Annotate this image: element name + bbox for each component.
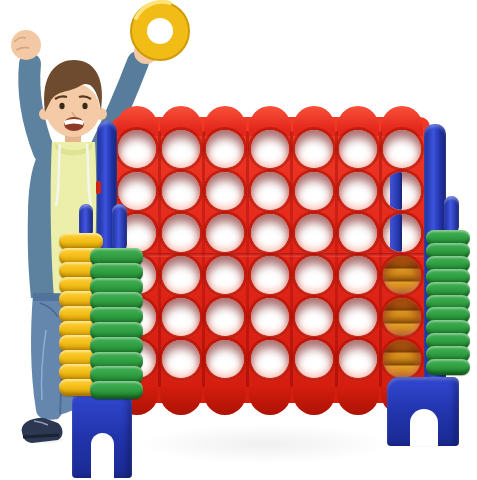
child-left-arm [29, 64, 44, 152]
empty-hole [295, 130, 333, 168]
empty-hole [206, 256, 244, 294]
empty-hole [162, 256, 200, 294]
board-cell-r4c5 [292, 254, 336, 296]
empty-hole [383, 130, 421, 168]
child-jacket-left [28, 140, 54, 298]
empty-hole [162, 298, 200, 336]
empty-hole [295, 214, 333, 252]
empty-hole [339, 298, 377, 336]
empty-hole [118, 130, 156, 168]
board-cell-r1c6 [336, 128, 380, 170]
scallop-bump [293, 387, 335, 415]
board-cell-r3c4 [248, 212, 292, 254]
empty-hole [339, 214, 377, 252]
empty-hole [383, 214, 421, 252]
board-cell-r4c7 [380, 254, 424, 296]
board-cell-r6c7 [380, 338, 424, 380]
empty-hole [251, 256, 289, 294]
product-photo-scene [0, 0, 477, 480]
rail-lock-slot [96, 181, 101, 194]
empty-hole [162, 340, 200, 378]
empty-hole [162, 172, 200, 210]
empty-hole [339, 130, 377, 168]
held-yellow-ring [131, 2, 189, 60]
empty-hole [206, 298, 244, 336]
right-leg [387, 377, 459, 446]
empty-hole [162, 214, 200, 252]
board-cell-r1c3 [203, 128, 247, 170]
child-shoe [22, 418, 63, 443]
empty-hole [251, 130, 289, 168]
board-cell-r4c2 [159, 254, 203, 296]
connect-four-board [111, 117, 430, 403]
board-cell-r3c7 [380, 212, 424, 254]
board-cell-r2c3 [203, 170, 247, 212]
child-smile [64, 117, 84, 131]
board-cell-r4c4 [248, 254, 292, 296]
board-cell-r6c6 [336, 338, 380, 380]
empty-hole [206, 340, 244, 378]
board-cell-r3c6 [336, 212, 380, 254]
empty-hole [118, 172, 156, 210]
board-cell-r5c7 [380, 296, 424, 338]
board-cell-r5c6 [336, 296, 380, 338]
board-cell-r2c2 [159, 170, 203, 212]
board-cell-r6c5 [292, 338, 336, 380]
board-cell-r4c6 [336, 254, 380, 296]
child-eye [82, 103, 87, 109]
board-cell-r6c3 [203, 338, 247, 380]
empty-hole [206, 130, 244, 168]
board-cell-r2c6 [336, 170, 380, 212]
empty-hole [162, 130, 200, 168]
board-cell-r6c4 [248, 338, 292, 380]
empty-hole [251, 340, 289, 378]
scallop-bump [204, 387, 246, 415]
board-cell-r5c3 [203, 296, 247, 338]
board-cell-r2c4 [248, 170, 292, 212]
board-cell-r1c2 [159, 128, 203, 170]
board-cell-r1c1 [115, 128, 159, 170]
board-cell-r3c5 [292, 212, 336, 254]
board-cell-r1c5 [292, 128, 336, 170]
empty-hole [251, 172, 289, 210]
empty-hole [339, 340, 377, 378]
storage-post-tip [444, 196, 459, 234]
green-ring [90, 381, 143, 399]
board-cell-r3c3 [203, 212, 247, 254]
board-cell-r5c5 [292, 296, 336, 338]
board-cell-r1c4 [248, 128, 292, 170]
empty-hole [251, 214, 289, 252]
board-grid [115, 128, 424, 380]
empty-hole [251, 298, 289, 336]
empty-hole [339, 256, 377, 294]
empty-hole [383, 256, 421, 294]
empty-hole [383, 298, 421, 336]
empty-hole [295, 172, 333, 210]
empty-hole [383, 172, 421, 210]
board-cell-r2c5 [292, 170, 336, 212]
empty-hole [295, 256, 333, 294]
board-cell-r3c2 [159, 212, 203, 254]
empty-hole [295, 340, 333, 378]
storage-post-tip [112, 204, 127, 252]
child-eye [59, 103, 64, 109]
board-cell-r4c3 [203, 254, 247, 296]
empty-hole [295, 298, 333, 336]
empty-hole [383, 340, 421, 378]
child-fist [11, 30, 41, 60]
empty-hole [206, 214, 244, 252]
board-cell-r6c2 [159, 338, 203, 380]
board-cell-r2c7 [380, 170, 424, 212]
board-cell-r5c2 [159, 296, 203, 338]
empty-hole [339, 172, 377, 210]
empty-hole [206, 172, 244, 210]
scallop-bump [337, 387, 379, 415]
board-cell-r1c7 [380, 128, 424, 170]
left-leg [72, 391, 132, 478]
scallop-bump [249, 387, 291, 415]
green-ring [426, 359, 470, 375]
board-cell-r5c4 [248, 296, 292, 338]
